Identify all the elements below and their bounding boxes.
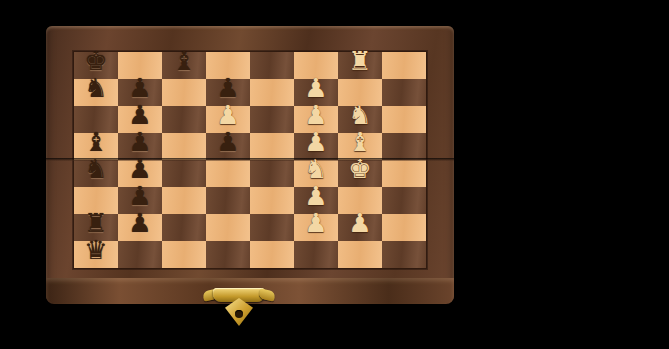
square-h3 — [382, 187, 426, 214]
square-c1 — [162, 241, 206, 268]
product-photo-scene: ♚♝♜♞♟♟♟♟♟♟♞♝♟♟♟♝♞♟♞♚♟♟♜♟♟♟♛ — [0, 0, 669, 349]
square-c6 — [162, 106, 206, 133]
square-e8 — [250, 52, 294, 79]
square-c7 — [162, 79, 206, 106]
square-e6 — [250, 106, 294, 133]
dark-bishop-c8: ♝ — [162, 44, 206, 78]
square-c3 — [162, 187, 206, 214]
light-rook-g8: ♜ — [338, 44, 382, 78]
square-h8 — [382, 52, 426, 79]
square-c2 — [162, 214, 206, 241]
square-h5 — [382, 133, 426, 160]
dark-knight-a4: ♞ — [74, 152, 118, 186]
square-e5 — [250, 133, 294, 160]
dark-pawn-b2: ♟ — [118, 206, 162, 240]
square-d2 — [206, 214, 250, 241]
square-a4: ♞ — [74, 160, 118, 187]
square-a1: ♛ — [74, 241, 118, 268]
square-h4 — [382, 160, 426, 187]
square-a7: ♞ — [74, 79, 118, 106]
square-h1 — [382, 241, 426, 268]
square-d5: ♟ — [206, 133, 250, 160]
square-d1 — [206, 241, 250, 268]
light-pawn-f2: ♟ — [294, 206, 338, 240]
square-g2: ♟ — [338, 214, 382, 241]
square-e3 — [250, 187, 294, 214]
light-pawn-g2: ♟ — [338, 206, 382, 240]
square-c8: ♝ — [162, 52, 206, 79]
dark-queen-a1: ♛ — [74, 233, 118, 267]
square-b1 — [118, 241, 162, 268]
square-d3 — [206, 187, 250, 214]
square-g8: ♜ — [338, 52, 382, 79]
square-e1 — [250, 241, 294, 268]
square-d4 — [206, 160, 250, 187]
square-h7 — [382, 79, 426, 106]
brass-clasp — [207, 288, 271, 334]
square-f2: ♟ — [294, 214, 338, 241]
square-c5 — [162, 133, 206, 160]
clasp-pendant-hole-icon — [235, 310, 243, 318]
square-c4 — [162, 160, 206, 187]
square-f1 — [294, 241, 338, 268]
square-b2: ♟ — [118, 214, 162, 241]
square-h2 — [382, 214, 426, 241]
dark-pawn-d5: ♟ — [206, 125, 250, 159]
square-e2 — [250, 214, 294, 241]
square-g4: ♚ — [338, 160, 382, 187]
square-g1 — [338, 241, 382, 268]
square-e4 — [250, 160, 294, 187]
light-king-g4: ♚ — [338, 152, 382, 186]
square-e7 — [250, 79, 294, 106]
square-h6 — [382, 106, 426, 133]
dark-knight-a7: ♞ — [74, 71, 118, 105]
chess-board-frame: ♚♝♜♞♟♟♟♟♟♟♞♝♟♟♟♝♞♟♞♚♟♟♜♟♟♟♛ — [46, 26, 454, 302]
